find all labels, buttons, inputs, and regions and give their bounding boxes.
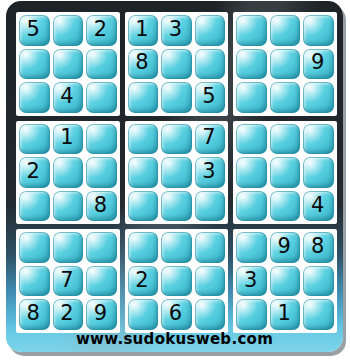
cell-r9c2[interactable]: 2 (53, 299, 84, 330)
box-4: 128 (16, 121, 120, 225)
cell-r2c3[interactable] (86, 49, 117, 80)
cell-r6c5[interactable] (161, 191, 192, 222)
cell-r9c4[interactable] (128, 299, 159, 330)
cell-r9c1[interactable]: 8 (19, 299, 50, 330)
box-1: 524 (16, 12, 120, 116)
cell-r5c7[interactable] (236, 157, 267, 188)
cell-r1c9[interactable] (303, 15, 334, 46)
cell-r5c1[interactable]: 2 (19, 157, 50, 188)
box-8: 26 (125, 229, 229, 333)
cell-r7c4[interactable] (128, 232, 159, 263)
cell-r9c6[interactable] (195, 299, 226, 330)
given-digit: 3 (169, 19, 182, 40)
given-digit: 3 (244, 270, 257, 291)
given-digit: 7 (202, 127, 215, 148)
box-9: 9831 (233, 229, 337, 333)
cell-r5c4[interactable] (128, 157, 159, 188)
cell-r1c1[interactable]: 5 (19, 15, 50, 46)
given-digit: 5 (27, 19, 40, 40)
given-digit: 2 (27, 161, 40, 182)
cell-r5c2[interactable] (53, 157, 84, 188)
cell-r7c8[interactable]: 9 (270, 232, 301, 263)
cell-r2c9[interactable]: 9 (303, 49, 334, 80)
cell-r1c8[interactable] (270, 15, 301, 46)
given-digit: 8 (311, 236, 324, 257)
cell-r8c7[interactable]: 3 (236, 266, 267, 297)
given-digit: 9 (311, 52, 324, 73)
box-2: 1385 (125, 12, 229, 116)
cell-r5c8[interactable] (270, 157, 301, 188)
cell-r2c6[interactable] (195, 49, 226, 80)
cell-r4c9[interactable] (303, 124, 334, 155)
cell-r8c1[interactable] (19, 266, 50, 297)
given-digit: 2 (94, 19, 107, 40)
cell-r3c3[interactable] (86, 82, 117, 113)
cell-r8c6[interactable] (195, 266, 226, 297)
given-digit: 7 (60, 270, 73, 291)
cell-r5c9[interactable] (303, 157, 334, 188)
sudoku-board: 524138591287347829269831 (16, 12, 337, 333)
cell-r7c9[interactable]: 8 (303, 232, 334, 263)
cell-r3c8[interactable] (270, 82, 301, 113)
cell-r6c2[interactable] (53, 191, 84, 222)
given-digit: 8 (135, 52, 148, 73)
box-7: 7829 (16, 229, 120, 333)
cell-r1c4[interactable]: 1 (128, 15, 159, 46)
cell-r1c6[interactable] (195, 15, 226, 46)
cell-r7c2[interactable] (53, 232, 84, 263)
cell-r8c4[interactable]: 2 (128, 266, 159, 297)
cell-r4c4[interactable] (128, 124, 159, 155)
website-link[interactable]: www.sudokusweb.com (6, 330, 343, 348)
cell-r6c1[interactable] (19, 191, 50, 222)
cell-r7c1[interactable] (19, 232, 50, 263)
given-digit: 9 (94, 303, 107, 324)
cell-r4c2[interactable]: 1 (53, 124, 84, 155)
cell-r8c3[interactable] (86, 266, 117, 297)
cell-r2c5[interactable] (161, 49, 192, 80)
given-digit: 6 (169, 303, 182, 324)
cell-r7c6[interactable] (195, 232, 226, 263)
box-6: 4 (233, 121, 337, 225)
given-digit: 8 (27, 303, 40, 324)
cell-r6c6[interactable] (195, 191, 226, 222)
cell-r3c4[interactable] (128, 82, 159, 113)
given-digit: 4 (60, 86, 73, 107)
cell-r1c3[interactable]: 2 (86, 15, 117, 46)
cell-r1c2[interactable] (53, 15, 84, 46)
cell-r2c8[interactable] (270, 49, 301, 80)
box-5: 73 (125, 121, 229, 225)
cell-r8c9[interactable] (303, 266, 334, 297)
cell-r6c9[interactable]: 4 (303, 191, 334, 222)
cell-r2c1[interactable] (19, 49, 50, 80)
puzzle-card: 524138591287347829269831 www.sudokusweb.… (6, 1, 343, 352)
cell-r3c9[interactable] (303, 82, 334, 113)
cell-r6c8[interactable] (270, 191, 301, 222)
cell-r9c7[interactable] (236, 299, 267, 330)
cell-r5c3[interactable] (86, 157, 117, 188)
cell-r3c2[interactable]: 4 (53, 82, 84, 113)
cell-r3c5[interactable] (161, 82, 192, 113)
given-digit: 9 (277, 236, 290, 257)
cell-r8c5[interactable] (161, 266, 192, 297)
given-digit: 2 (60, 303, 73, 324)
cell-r1c7[interactable] (236, 15, 267, 46)
cell-r7c3[interactable] (86, 232, 117, 263)
cell-r4c8[interactable] (270, 124, 301, 155)
given-digit: 2 (135, 270, 148, 291)
box-3: 9 (233, 12, 337, 116)
given-digit: 4 (311, 195, 324, 216)
cell-r5c5[interactable] (161, 157, 192, 188)
cell-r4c5[interactable] (161, 124, 192, 155)
cell-r6c3[interactable]: 8 (86, 191, 117, 222)
cell-r9c8[interactable]: 1 (270, 299, 301, 330)
cell-r2c2[interactable] (53, 49, 84, 80)
cell-r2c7[interactable] (236, 49, 267, 80)
cell-r3c1[interactable] (19, 82, 50, 113)
given-digit: 1 (60, 127, 73, 148)
cell-r2c4[interactable]: 8 (128, 49, 159, 80)
cell-r4c1[interactable] (19, 124, 50, 155)
cell-r5c6[interactable]: 3 (195, 157, 226, 188)
given-digit: 3 (202, 161, 215, 182)
cell-r6c7[interactable] (236, 191, 267, 222)
cell-r9c3[interactable]: 9 (86, 299, 117, 330)
cell-r7c5[interactable] (161, 232, 192, 263)
cell-r6c4[interactable] (128, 191, 159, 222)
given-digit: 1 (135, 19, 148, 40)
cell-r7c7[interactable] (236, 232, 267, 263)
cell-r4c3[interactable] (86, 124, 117, 155)
cell-r9c9[interactable] (303, 299, 334, 330)
given-digit: 8 (94, 195, 107, 216)
sudoku-screenshot: 524138591287347829269831 www.sudokusweb.… (0, 0, 350, 360)
cell-r1c5[interactable]: 3 (161, 15, 192, 46)
cell-r4c6[interactable]: 7 (195, 124, 226, 155)
cell-r8c2[interactable]: 7 (53, 266, 84, 297)
cell-r8c8[interactable] (270, 266, 301, 297)
given-digit: 5 (202, 86, 215, 107)
given-digit: 1 (277, 303, 290, 324)
cell-r4c7[interactable] (236, 124, 267, 155)
cell-r3c6[interactable]: 5 (195, 82, 226, 113)
cell-r9c5[interactable]: 6 (161, 299, 192, 330)
cell-r3c7[interactable] (236, 82, 267, 113)
